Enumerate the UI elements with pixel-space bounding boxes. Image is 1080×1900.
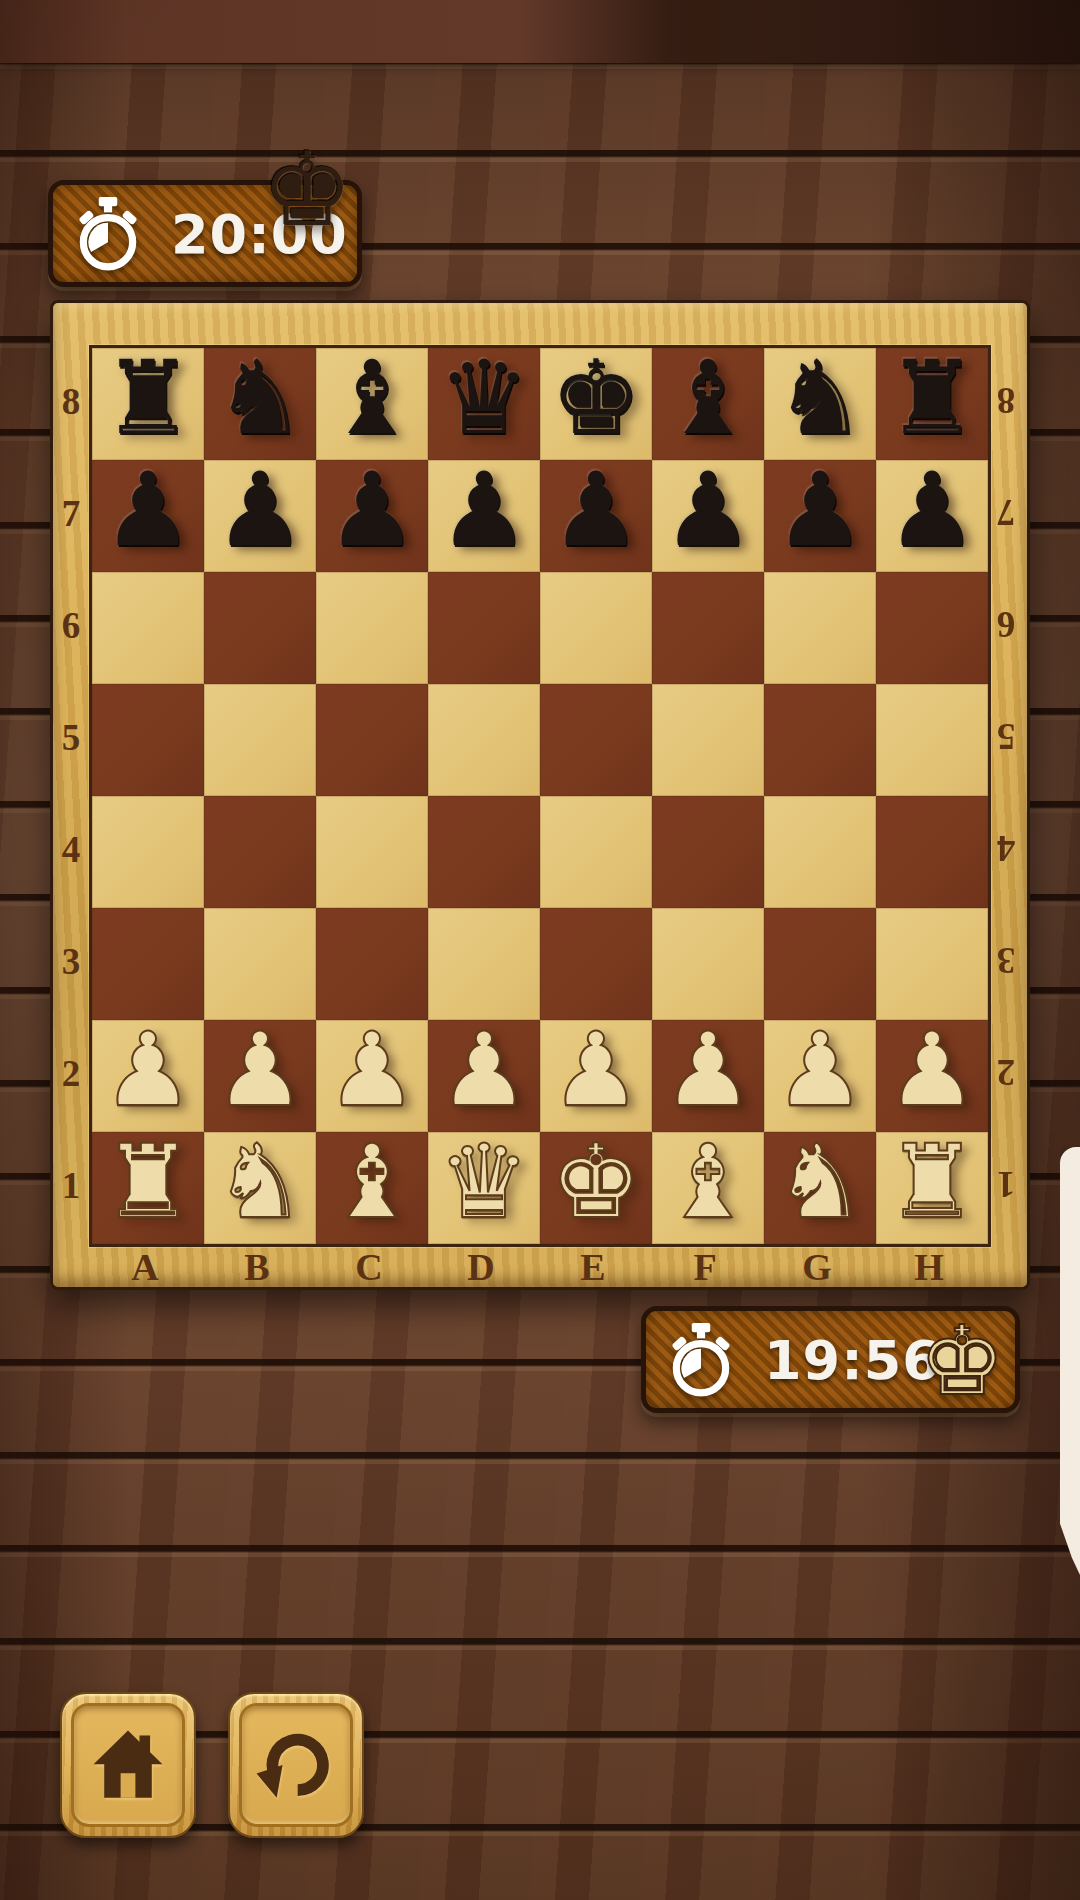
home-button-face <box>71 1703 185 1827</box>
square-g4[interactable] <box>764 796 876 908</box>
piece-black-pawn[interactable]: ♟ <box>204 455 316 567</box>
piece-white-king[interactable]: ♚ <box>540 1127 652 1239</box>
square-d3[interactable] <box>428 908 540 1020</box>
file-labels: ABCDEFGH <box>89 1244 985 1290</box>
rank-labels-right: 87654321 <box>985 345 1027 1241</box>
square-e7[interactable]: ♟ <box>540 460 652 572</box>
rank-label-4: 4 <box>53 793 89 905</box>
square-b5[interactable] <box>204 684 316 796</box>
square-a4[interactable] <box>92 796 204 908</box>
black-timer-panel: 20:00 ♚ <box>48 180 362 287</box>
square-f4[interactable] <box>652 796 764 908</box>
edge-drawer-handle[interactable] <box>1060 1147 1080 1575</box>
square-f8[interactable]: ♝ <box>652 348 764 460</box>
white-timer-value: 19:56 <box>764 1328 934 1391</box>
square-g1[interactable]: ♞ <box>764 1132 876 1244</box>
piece-white-bishop[interactable]: ♝ <box>316 1127 428 1239</box>
board-grid: ♜♞♝♛♚♝♞♜♟♟♟♟♟♟♟♟♟♟♟♟♟♟♟♟♜♞♝♛♚♝♞♜ <box>89 345 991 1247</box>
square-a2[interactable]: ♟ <box>92 1020 204 1132</box>
file-label-g: G <box>761 1244 873 1290</box>
square-h7[interactable]: ♟ <box>876 460 988 572</box>
square-h5[interactable] <box>876 684 988 796</box>
square-f7[interactable]: ♟ <box>652 460 764 572</box>
square-c3[interactable] <box>316 908 428 1020</box>
square-a5[interactable] <box>92 684 204 796</box>
square-b4[interactable] <box>204 796 316 908</box>
piece-black-bishop[interactable]: ♝ <box>316 343 428 455</box>
piece-white-pawn[interactable]: ♟ <box>204 1015 316 1127</box>
square-h8[interactable]: ♜ <box>876 348 988 460</box>
square-b6[interactable] <box>204 572 316 684</box>
square-e6[interactable] <box>540 572 652 684</box>
square-b2[interactable]: ♟ <box>204 1020 316 1132</box>
square-g8[interactable]: ♞ <box>764 348 876 460</box>
piece-black-pawn[interactable]: ♟ <box>540 455 652 567</box>
square-g2[interactable]: ♟ <box>764 1020 876 1132</box>
square-f3[interactable] <box>652 908 764 1020</box>
home-button[interactable] <box>60 1692 196 1838</box>
square-d1[interactable]: ♛ <box>428 1132 540 1244</box>
file-label-h: H <box>873 1244 985 1290</box>
square-d5[interactable] <box>428 684 540 796</box>
rank-label-6: 6 <box>985 569 1027 681</box>
piece-black-rook[interactable]: ♜ <box>876 343 988 455</box>
piece-white-pawn[interactable]: ♟ <box>316 1015 428 1127</box>
square-c5[interactable] <box>316 684 428 796</box>
square-h6[interactable] <box>876 572 988 684</box>
piece-black-pawn[interactable]: ♟ <box>428 455 540 567</box>
chess-board: 87654321 87654321 ABCDEFGH ♜♞♝♛♚♝♞♜♟♟♟♟♟… <box>50 300 1030 1290</box>
square-c6[interactable] <box>316 572 428 684</box>
piece-black-pawn[interactable]: ♟ <box>876 455 988 567</box>
piece-black-king[interactable]: ♚ <box>540 343 652 455</box>
rank-label-4: 4 <box>985 793 1027 905</box>
rank-label-2: 2 <box>53 1017 89 1129</box>
square-b1[interactable]: ♞ <box>204 1132 316 1244</box>
square-e5[interactable] <box>540 684 652 796</box>
square-g6[interactable] <box>764 572 876 684</box>
square-e2[interactable]: ♟ <box>540 1020 652 1132</box>
rank-label-1: 1 <box>985 1129 1027 1241</box>
piece-white-pawn[interactable]: ♟ <box>540 1015 652 1127</box>
file-label-f: F <box>649 1244 761 1290</box>
square-e8[interactable]: ♚ <box>540 348 652 460</box>
rank-label-8: 8 <box>985 345 1027 457</box>
square-c4[interactable] <box>316 796 428 908</box>
piece-white-rook[interactable]: ♜ <box>92 1127 204 1239</box>
piece-white-rook[interactable]: ♜ <box>876 1127 988 1239</box>
piece-black-pawn[interactable]: ♟ <box>316 455 428 567</box>
piece-white-bishop[interactable]: ♝ <box>652 1127 764 1239</box>
square-a3[interactable] <box>92 908 204 1020</box>
piece-black-bishop[interactable]: ♝ <box>652 343 764 455</box>
square-a1[interactable]: ♜ <box>92 1132 204 1244</box>
piece-white-pawn[interactable]: ♟ <box>428 1015 540 1127</box>
rank-label-8: 8 <box>53 345 89 457</box>
square-c7[interactable]: ♟ <box>316 460 428 572</box>
stopwatch-icon <box>75 197 141 271</box>
square-d4[interactable] <box>428 796 540 908</box>
square-c8[interactable]: ♝ <box>316 348 428 460</box>
square-f2[interactable]: ♟ <box>652 1020 764 1132</box>
square-b7[interactable]: ♟ <box>204 460 316 572</box>
piece-white-pawn[interactable]: ♟ <box>876 1015 988 1127</box>
piece-white-pawn[interactable]: ♟ <box>652 1015 764 1127</box>
file-label-c: C <box>313 1244 425 1290</box>
square-a7[interactable]: ♟ <box>92 460 204 572</box>
piece-black-knight[interactable]: ♞ <box>204 343 316 455</box>
piece-black-pawn[interactable]: ♟ <box>764 455 876 567</box>
piece-white-pawn[interactable]: ♟ <box>92 1015 204 1127</box>
rank-labels-left: 87654321 <box>53 345 89 1241</box>
square-d7[interactable]: ♟ <box>428 460 540 572</box>
piece-white-queen[interactable]: ♛ <box>428 1127 540 1239</box>
restart-button-face <box>239 1703 353 1827</box>
rank-label-7: 7 <box>985 457 1027 569</box>
square-h1[interactable]: ♜ <box>876 1132 988 1244</box>
square-d2[interactable]: ♟ <box>428 1020 540 1132</box>
piece-white-pawn[interactable]: ♟ <box>764 1015 876 1127</box>
rank-label-5: 5 <box>53 681 89 793</box>
square-f5[interactable] <box>652 684 764 796</box>
black-timer-value: 20:00 <box>171 202 321 265</box>
rank-label-3: 3 <box>985 905 1027 1017</box>
rank-label-6: 6 <box>53 569 89 681</box>
home-icon <box>87 1724 169 1806</box>
stopwatch-icon <box>668 1323 734 1397</box>
piece-black-pawn[interactable]: ♟ <box>92 455 204 567</box>
white-timer-panel: 19:56 ♚ <box>641 1306 1020 1413</box>
square-g5[interactable] <box>764 684 876 796</box>
file-label-b: B <box>201 1244 313 1290</box>
rank-label-7: 7 <box>53 457 89 569</box>
restart-button[interactable] <box>228 1692 364 1838</box>
piece-white-knight[interactable]: ♞ <box>204 1127 316 1239</box>
square-d8[interactable]: ♛ <box>428 348 540 460</box>
square-c2[interactable]: ♟ <box>316 1020 428 1132</box>
rank-label-2: 2 <box>985 1017 1027 1129</box>
square-b8[interactable]: ♞ <box>204 348 316 460</box>
piece-black-queen[interactable]: ♛ <box>428 343 540 455</box>
square-e1[interactable]: ♚ <box>540 1132 652 1244</box>
file-label-e: E <box>537 1244 649 1290</box>
square-e3[interactable] <box>540 908 652 1020</box>
square-a8[interactable]: ♜ <box>92 348 204 460</box>
square-h3[interactable] <box>876 908 988 1020</box>
rank-label-5: 5 <box>985 681 1027 793</box>
rank-label-1: 1 <box>53 1129 89 1241</box>
piece-black-pawn[interactable]: ♟ <box>652 455 764 567</box>
square-c1[interactable]: ♝ <box>316 1132 428 1244</box>
square-a6[interactable] <box>92 572 204 684</box>
square-e4[interactable] <box>540 796 652 908</box>
square-g3[interactable] <box>764 908 876 1020</box>
piece-black-knight[interactable]: ♞ <box>764 343 876 455</box>
rank-label-3: 3 <box>53 905 89 1017</box>
piece-black-rook[interactable]: ♜ <box>92 343 204 455</box>
file-label-d: D <box>425 1244 537 1290</box>
square-f6[interactable] <box>652 572 764 684</box>
square-f1[interactable]: ♝ <box>652 1132 764 1244</box>
square-b3[interactable] <box>204 908 316 1020</box>
square-g7[interactable]: ♟ <box>764 460 876 572</box>
restart-icon <box>254 1723 338 1807</box>
square-h2[interactable]: ♟ <box>876 1020 988 1132</box>
file-label-a: A <box>89 1244 201 1290</box>
piece-white-knight[interactable]: ♞ <box>764 1127 876 1239</box>
square-d6[interactable] <box>428 572 540 684</box>
square-h4[interactable] <box>876 796 988 908</box>
